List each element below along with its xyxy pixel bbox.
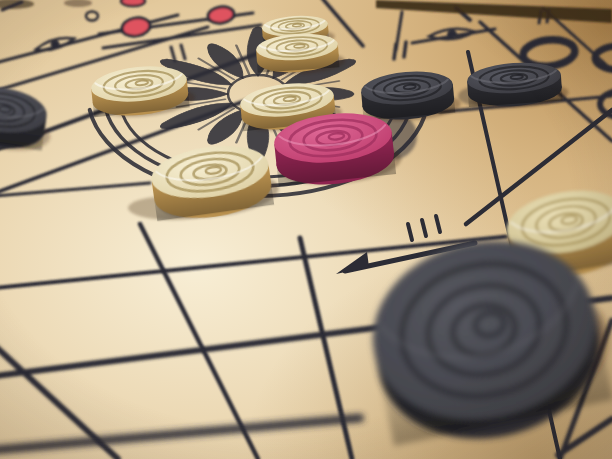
red-baseline-circle bbox=[121, 0, 145, 6]
carrom-board-photo bbox=[0, 0, 612, 459]
